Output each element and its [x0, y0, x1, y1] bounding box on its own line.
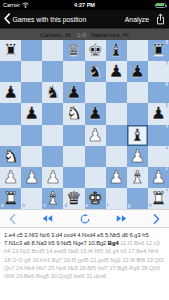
file-label: f: [107, 204, 109, 209]
square-e4[interactable]: ♟: [85, 125, 106, 146]
square-e7[interactable]: ♞: [85, 61, 106, 82]
step-back-icon: [9, 214, 16, 224]
file-label: e: [86, 204, 89, 209]
white-rook-icon: ♜: [3, 190, 18, 207]
square-f2[interactable]: ♟: [106, 167, 127, 188]
square-f6[interactable]: [106, 82, 127, 103]
white-bishop-icon: ♝: [130, 169, 145, 186]
fast-rewind-button[interactable]: [42, 214, 53, 223]
square-d3[interactable]: [63, 146, 84, 167]
black-pawn-icon: ♟: [3, 84, 18, 101]
square-g7[interactable]: ♟: [127, 61, 148, 82]
square-e8[interactable]: ♚: [85, 40, 106, 61]
nav-title: Games with this position: [13, 16, 87, 23]
white-knight-icon: ♞: [66, 105, 81, 122]
rank-label: 1: [165, 188, 168, 193]
square-g4[interactable]: ♝: [127, 125, 148, 146]
square-h1[interactable]: ♜1h: [148, 188, 169, 209]
nav-bar: Games with this position Analyze: [0, 10, 169, 29]
app-window: Carrier 4:27 PM Games with this position…: [0, 0, 169, 300]
analyze-button[interactable]: Analyze: [125, 16, 149, 23]
white-player-name: Carlsen, M.: [40, 31, 72, 38]
move-list: 1.e4 c5 2.Nf3 Nc6 3.d4 cxd4 4.Nxd4 e5 5.…: [0, 228, 169, 300]
chess-board: ♜♛♚♝♜8♞♟♟7♟♞♟6♟♞♟♟5♟♝4♞♟3♟♟♟♟♝♟2♜ab♝c♛d♚…: [0, 40, 169, 209]
white-pawn-icon: ♟: [130, 148, 145, 165]
square-h8[interactable]: ♜8: [148, 40, 169, 61]
square-b8[interactable]: [21, 40, 42, 61]
square-h3[interactable]: 3: [148, 146, 169, 167]
square-f3[interactable]: [106, 146, 127, 167]
square-d1[interactable]: ♛d: [63, 188, 84, 209]
clock: 4:27 PM: [57, 2, 111, 8]
white-pawn-icon: ♟: [151, 169, 166, 186]
square-g6[interactable]: [127, 82, 148, 103]
square-a4[interactable]: [0, 125, 21, 146]
reset-button[interactable]: [80, 214, 90, 224]
black-rook-icon: ♜: [3, 42, 18, 59]
step-forward-icon: [153, 214, 160, 224]
black-pawn-icon: ♟: [130, 63, 145, 80]
rank-label: 6: [165, 83, 168, 88]
square-e2[interactable]: [85, 167, 106, 188]
square-e3[interactable]: [85, 146, 106, 167]
file-label: g: [128, 204, 131, 209]
square-h7[interactable]: 7: [148, 61, 169, 82]
white-pawn-icon: ♟: [109, 169, 124, 186]
square-b5[interactable]: ♟: [21, 103, 42, 124]
reset-icon: [80, 214, 90, 224]
square-g5[interactable]: [127, 103, 148, 124]
file-label: d: [64, 204, 67, 209]
square-b7[interactable]: [21, 61, 42, 82]
game-result: 1-0: [77, 31, 86, 38]
square-h4[interactable]: 4: [148, 125, 169, 146]
white-pawn-icon: ♟: [3, 169, 18, 186]
square-e5[interactable]: ♟: [85, 103, 106, 124]
square-b6[interactable]: [21, 82, 42, 103]
black-king-icon: ♚: [87, 42, 102, 59]
black-bishop-icon: ♝: [109, 42, 124, 59]
rank-label: 7: [165, 62, 168, 67]
square-d8[interactable]: ♛: [63, 40, 84, 61]
square-f8[interactable]: ♝: [106, 40, 127, 61]
square-a1[interactable]: ♜a: [0, 188, 21, 209]
square-a6[interactable]: ♟: [0, 82, 21, 103]
square-c1[interactable]: ♝c: [42, 188, 63, 209]
square-b4[interactable]: [21, 125, 42, 146]
square-a5[interactable]: [0, 103, 21, 124]
black-knight-icon: ♞: [45, 84, 60, 101]
square-c3[interactable]: [42, 146, 63, 167]
white-knight-icon: ♞: [3, 148, 18, 165]
black-pawn-icon: ♟: [151, 105, 166, 122]
white-pawn-icon: ♟: [45, 169, 60, 186]
black-pawn-icon: ♟: [24, 105, 39, 122]
square-c4[interactable]: [42, 125, 63, 146]
carrier-label: Carrier: [3, 2, 20, 8]
square-b1[interactable]: b: [21, 188, 42, 209]
square-c5[interactable]: [42, 103, 63, 124]
black-rook-icon: ♜: [151, 42, 166, 59]
step-back-button[interactable]: [9, 214, 16, 224]
square-h2[interactable]: ♟2: [148, 167, 169, 188]
square-a8[interactable]: ♜: [0, 40, 21, 61]
black-pawn-icon: ♟: [109, 63, 124, 80]
square-a7[interactable]: [0, 61, 21, 82]
share-icon: [156, 13, 165, 25]
file-label: h: [149, 204, 152, 209]
white-king-icon: ♚: [87, 190, 102, 207]
black-pawn-icon: ♟: [66, 84, 81, 101]
black-player-name: Nakamura, Hi: [91, 31, 129, 38]
square-c2[interactable]: ♟: [42, 167, 63, 188]
black-bishop-icon: ♝: [130, 127, 145, 144]
file-label: a: [1, 204, 4, 209]
move-current[interactable]: Bg4: [108, 240, 119, 246]
rank-label: 3: [165, 146, 168, 151]
square-c8[interactable]: [42, 40, 63, 61]
step-forward-button[interactable]: [153, 214, 160, 224]
file-label: b: [22, 204, 25, 209]
rank-label: 2: [165, 167, 168, 172]
square-d4[interactable]: [63, 125, 84, 146]
square-g2[interactable]: ♝: [127, 167, 148, 188]
rank-label: 8: [165, 41, 168, 46]
square-f1[interactable]: f: [106, 188, 127, 209]
square-a2[interactable]: ♟: [0, 167, 21, 188]
black-pawn-icon: ♟: [87, 105, 102, 122]
square-f5[interactable]: [106, 103, 127, 124]
black-knight-icon: ♞: [87, 63, 102, 80]
back-button[interactable]: Games with this position: [4, 10, 86, 28]
battery-icon: [155, 3, 166, 8]
square-e1[interactable]: ♚e: [85, 188, 106, 209]
status-bar: Carrier 4:27 PM: [0, 0, 169, 10]
share-button[interactable]: [156, 13, 165, 25]
fast-forward-icon: [116, 214, 127, 223]
move-nav-toolbar: [0, 209, 169, 228]
square-g1[interactable]: g: [127, 188, 148, 209]
square-f4[interactable]: [106, 125, 127, 146]
wifi-icon: [22, 2, 29, 9]
square-h6[interactable]: 6: [148, 82, 169, 103]
square-a3[interactable]: ♞: [0, 146, 21, 167]
square-g8[interactable]: [127, 40, 148, 61]
square-d5[interactable]: ♞: [63, 103, 84, 124]
rank-label: 4: [165, 125, 168, 130]
square-e6[interactable]: [85, 82, 106, 103]
file-label: c: [43, 204, 46, 209]
white-pawn-icon: ♟: [24, 169, 39, 186]
white-pawn-icon: ♟: [87, 127, 102, 144]
square-b3[interactable]: [21, 146, 42, 167]
square-f7[interactable]: ♟: [106, 61, 127, 82]
white-bishop-icon: ♝: [45, 190, 60, 207]
square-c7[interactable]: [42, 61, 63, 82]
fast-forward-button[interactable]: [116, 214, 127, 223]
square-c6[interactable]: ♞: [42, 82, 63, 103]
fast-rewind-icon: [42, 214, 53, 223]
white-queen-icon: ♛: [66, 190, 81, 207]
back-chevron-icon: [4, 10, 10, 28]
square-h5[interactable]: ♟5: [148, 103, 169, 124]
square-g3[interactable]: ♟: [127, 146, 148, 167]
white-rook-icon: ♜: [151, 190, 166, 207]
game-header: Carlsen, M. 1-0 Nakamura, Hi: [0, 29, 169, 40]
black-queen-icon: ♛: [66, 42, 81, 59]
rank-label: 5: [165, 104, 168, 109]
square-d2[interactable]: [63, 167, 84, 188]
square-d6[interactable]: ♟: [63, 82, 84, 103]
square-b2[interactable]: ♟: [21, 167, 42, 188]
square-d7[interactable]: [63, 61, 84, 82]
